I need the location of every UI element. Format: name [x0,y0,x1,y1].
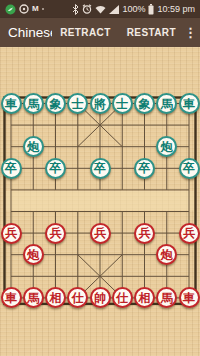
status-right-cluster: 100% 10:59 pm [72,4,195,15]
piece-green-象[interactable]: 象 [134,93,155,114]
battery-icon [148,4,154,15]
letter-m-icon: M [32,4,39,14]
battery-percent: 100% [122,4,145,14]
piece-red-兵[interactable]: 兵 [179,223,200,244]
app-title: ChineseCh… [8,25,52,40]
piece-green-炮[interactable]: 炮 [23,136,44,157]
bluetooth-icon [72,4,79,15]
app-bar: ChineseCh… RETRACT RESTART ⋮ [0,18,200,47]
piece-green-卒[interactable]: 卒 [1,158,22,179]
piece-red-車[interactable]: 車 [179,287,200,308]
restart-button[interactable]: RESTART [119,18,184,47]
piece-green-卒[interactable]: 卒 [45,158,66,179]
signal-icon [109,5,119,14]
retract-button[interactable]: RETRACT [52,18,119,47]
piece-red-帥[interactable]: 帥 [90,287,111,308]
piece-red-兵[interactable]: 兵 [90,223,111,244]
piece-red-兵[interactable]: 兵 [134,223,155,244]
overflow-menu-icon[interactable]: ⋮ [184,18,197,47]
xiangqi-board[interactable]: 車馬象士將士象馬車炮炮卒卒卒卒卒兵兵兵兵兵炮炮車馬相仕帥仕相馬車 [0,47,200,356]
piece-red-車[interactable]: 車 [1,287,22,308]
piece-red-兵[interactable]: 兵 [45,223,66,244]
piece-red-馬[interactable]: 馬 [23,287,44,308]
clock-text: 10:59 pm [157,4,195,14]
piece-green-士[interactable]: 士 [112,93,133,114]
dot-icon [42,8,44,10]
piece-green-象[interactable]: 象 [45,93,66,114]
status-left-icons: M [5,4,44,15]
alarm-icon [82,4,92,14]
piece-red-仕[interactable]: 仕 [112,287,133,308]
green-app-icon [5,4,16,15]
piece-green-馬[interactable]: 馬 [23,93,44,114]
piece-green-車[interactable]: 車 [1,93,22,114]
screen: M 100% 10:59 pm ChineseCh… RETRACT RESTA… [0,0,200,356]
piece-green-將[interactable]: 將 [90,93,111,114]
piece-red-兵[interactable]: 兵 [1,223,22,244]
circle-notification-icon [19,4,29,14]
piece-green-卒[interactable]: 卒 [134,158,155,179]
piece-red-炮[interactable]: 炮 [23,244,44,265]
wifi-icon [95,5,106,14]
piece-green-卒[interactable]: 卒 [179,158,200,179]
piece-green-卒[interactable]: 卒 [90,158,111,179]
status-bar: M 100% 10:59 pm [0,0,200,18]
piece-green-車[interactable]: 車 [179,93,200,114]
